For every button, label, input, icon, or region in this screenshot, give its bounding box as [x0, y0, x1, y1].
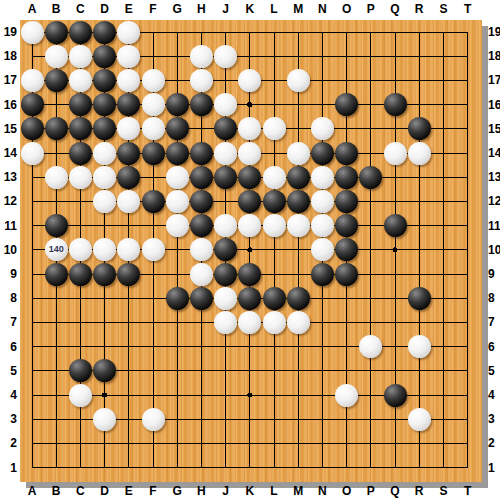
- stone-D13-white: [93, 166, 116, 189]
- stone-O14-black: [335, 142, 358, 165]
- col-label-bottom-P: P: [367, 483, 375, 499]
- stone-D14-white: [93, 142, 116, 165]
- stone-G8-black: [166, 287, 189, 310]
- stone-K13-black: [238, 166, 261, 189]
- stone-Q4-black: [384, 384, 407, 407]
- col-label-bottom-T: T: [464, 483, 471, 499]
- stone-L8-black: [263, 287, 286, 310]
- col-label-bottom-J: J: [222, 483, 229, 499]
- stone-J18-white: [214, 45, 237, 68]
- stone-C13-white: [69, 166, 92, 189]
- stone-M7-white: [287, 311, 310, 334]
- row-label-left-12: 12: [0, 193, 17, 209]
- col-label-top-A: A: [28, 1, 37, 17]
- row-label-right-2: 2: [488, 435, 495, 451]
- row-label-right-3: 3: [488, 411, 495, 427]
- stone-L15-white: [263, 117, 286, 140]
- stone-L11-white: [263, 214, 286, 237]
- row-label-left-17: 17: [0, 72, 17, 88]
- stone-O4-white: [335, 384, 358, 407]
- row-label-right-14: 14: [488, 145, 500, 161]
- row-label-left-13: 13: [0, 169, 17, 185]
- stone-N14-black: [311, 142, 334, 165]
- stone-N11-white: [311, 214, 334, 237]
- col-label-bottom-B: B: [52, 483, 61, 499]
- row-label-right-1: 1: [488, 460, 495, 476]
- stone-L12-black: [263, 190, 286, 213]
- stone-H8-black: [190, 287, 213, 310]
- row-label-right-8: 8: [488, 290, 495, 306]
- row-label-right-12: 12: [488, 193, 500, 209]
- col-label-top-G: G: [173, 1, 182, 17]
- stone-E18-white: [117, 45, 140, 68]
- row-label-left-3: 3: [0, 411, 17, 427]
- stone-B15-black: [45, 117, 68, 140]
- col-label-bottom-F: F: [149, 483, 156, 499]
- stone-C4-white: [69, 384, 92, 407]
- row-label-left-11: 11: [0, 218, 17, 234]
- stone-D18-black: [93, 45, 116, 68]
- stone-N13-white: [311, 166, 334, 189]
- stone-B10-white: 140: [45, 238, 68, 261]
- col-label-top-B: B: [52, 1, 61, 17]
- col-label-bottom-A: A: [28, 483, 37, 499]
- stone-O12-black: [335, 190, 358, 213]
- stone-D19-black: [93, 21, 116, 44]
- star-point-K16: [247, 102, 252, 107]
- col-label-top-S: S: [439, 1, 447, 17]
- stone-R8-black: [408, 287, 431, 310]
- stone-H16-black: [190, 93, 213, 116]
- stone-R3-white: [408, 408, 431, 431]
- stone-G13-white: [166, 166, 189, 189]
- stone-D17-black: [93, 69, 116, 92]
- stone-M14-white: [287, 142, 310, 165]
- stone-B18-white: [45, 45, 68, 68]
- stone-G14-black: [166, 142, 189, 165]
- col-label-top-P: P: [367, 1, 375, 17]
- col-label-top-T: T: [464, 1, 471, 17]
- col-label-top-F: F: [149, 1, 156, 17]
- row-label-left-4: 4: [0, 387, 17, 403]
- col-label-bottom-H: H: [197, 483, 206, 499]
- col-label-top-C: C: [76, 1, 85, 17]
- stone-H9-white: [190, 263, 213, 286]
- col-label-bottom-S: S: [439, 483, 447, 499]
- stone-F17-white: [142, 69, 165, 92]
- col-label-bottom-C: C: [76, 483, 85, 499]
- stone-G16-black: [166, 93, 189, 116]
- row-label-right-15: 15: [488, 121, 500, 137]
- row-label-right-17: 17: [488, 72, 500, 88]
- col-label-top-D: D: [100, 1, 109, 17]
- stone-B11-black: [45, 214, 68, 237]
- stone-A19-white: [21, 21, 44, 44]
- row-label-right-16: 16: [488, 97, 500, 113]
- stone-G11-white: [166, 214, 189, 237]
- stone-R15-black: [408, 117, 431, 140]
- col-label-top-E: E: [125, 1, 133, 17]
- stone-E19-white: [117, 21, 140, 44]
- stone-N9-black: [311, 263, 334, 286]
- stone-Q16-black: [384, 93, 407, 116]
- stone-O13-black: [335, 166, 358, 189]
- stone-L7-white: [263, 311, 286, 334]
- stone-M11-white: [287, 214, 310, 237]
- col-label-top-N: N: [318, 1, 327, 17]
- col-label-bottom-L: L: [270, 483, 277, 499]
- stone-E9-black: [117, 263, 140, 286]
- stone-E14-black: [117, 142, 140, 165]
- row-label-left-18: 18: [0, 48, 17, 64]
- row-label-right-11: 11: [488, 218, 500, 234]
- stone-G12-white: [166, 190, 189, 213]
- row-label-left-2: 2: [0, 435, 17, 451]
- stone-D12-white: [93, 190, 116, 213]
- star-point-K4: [247, 393, 252, 398]
- row-label-right-6: 6: [488, 339, 495, 355]
- col-label-bottom-N: N: [318, 483, 327, 499]
- stone-K14-white: [238, 142, 261, 165]
- row-label-right-19: 19: [488, 24, 500, 40]
- stone-N12-white: [311, 190, 334, 213]
- stone-F12-black: [142, 190, 165, 213]
- col-label-bottom-Q: Q: [390, 483, 399, 499]
- stone-B17-black: [45, 69, 68, 92]
- row-label-left-16: 16: [0, 97, 17, 113]
- row-label-right-18: 18: [488, 48, 500, 64]
- col-label-top-K: K: [245, 1, 254, 17]
- stone-F14-black: [142, 142, 165, 165]
- stone-C9-black: [69, 263, 92, 286]
- star-point-D4: [102, 393, 107, 398]
- stone-H12-black: [190, 190, 213, 213]
- row-label-right-10: 10: [488, 242, 500, 258]
- stone-D3-white: [93, 408, 116, 431]
- stone-F16-white: [142, 93, 165, 116]
- stone-J7-white: [214, 311, 237, 334]
- stone-D9-black: [93, 263, 116, 286]
- stone-R14-white: [408, 142, 431, 165]
- stone-H14-black: [190, 142, 213, 165]
- stone-O9-black: [335, 263, 358, 286]
- col-label-top-H: H: [197, 1, 206, 17]
- stone-C19-black: [69, 21, 92, 44]
- stone-H11-black: [190, 214, 213, 237]
- stone-C17-white: [69, 69, 92, 92]
- row-label-left-8: 8: [0, 290, 17, 306]
- stone-L13-white: [263, 166, 286, 189]
- stone-E13-black: [117, 166, 140, 189]
- stone-Q14-white: [384, 142, 407, 165]
- go-board[interactable]: 140: [20, 20, 482, 482]
- stone-K9-black: [238, 263, 261, 286]
- stone-B19-black: [45, 21, 68, 44]
- row-label-right-7: 7: [488, 314, 495, 330]
- row-label-left-15: 15: [0, 121, 17, 137]
- row-label-left-7: 7: [0, 314, 17, 330]
- col-label-bottom-R: R: [415, 483, 424, 499]
- stone-H13-black: [190, 166, 213, 189]
- stone-A14-white: [21, 142, 44, 165]
- stone-R6-white: [408, 335, 431, 358]
- col-label-bottom-O: O: [342, 483, 351, 499]
- stone-M17-white: [287, 69, 310, 92]
- stone-B9-black: [45, 263, 68, 286]
- stone-A17-white: [21, 69, 44, 92]
- stone-A16-black: [21, 93, 44, 116]
- col-label-top-Q: Q: [390, 1, 399, 17]
- stone-M13-black: [287, 166, 310, 189]
- row-label-left-19: 19: [0, 24, 17, 40]
- stone-F15-white: [142, 117, 165, 140]
- stone-B13-white: [45, 166, 68, 189]
- stone-J14-white: [214, 142, 237, 165]
- stone-K8-black: [238, 287, 261, 310]
- stone-Q11-black: [384, 214, 407, 237]
- row-label-right-5: 5: [488, 363, 495, 379]
- stone-C16-black: [69, 93, 92, 116]
- stone-J9-black: [214, 263, 237, 286]
- stone-H17-white: [190, 69, 213, 92]
- col-label-bottom-D: D: [100, 483, 109, 499]
- stone-A15-black: [21, 117, 44, 140]
- col-label-bottom-G: G: [173, 483, 182, 499]
- col-label-top-J: J: [222, 1, 229, 17]
- row-label-left-6: 6: [0, 339, 17, 355]
- row-label-left-9: 9: [0, 266, 17, 282]
- stone-C14-black: [69, 142, 92, 165]
- move-number-label: 140: [45, 238, 68, 261]
- col-label-top-M: M: [293, 1, 303, 17]
- stone-J13-black: [214, 166, 237, 189]
- stone-J8-white: [214, 287, 237, 310]
- row-label-right-4: 4: [488, 387, 495, 403]
- stone-H18-white: [190, 45, 213, 68]
- row-label-left-14: 14: [0, 145, 17, 161]
- row-label-left-5: 5: [0, 363, 17, 379]
- stone-C18-white: [69, 45, 92, 68]
- stone-P13-black: [359, 166, 382, 189]
- stone-F3-white: [142, 408, 165, 431]
- row-label-right-9: 9: [488, 266, 495, 282]
- star-point-Q10: [393, 247, 398, 252]
- stone-M12-black: [287, 190, 310, 213]
- row-label-left-1: 1: [0, 460, 17, 476]
- col-label-bottom-M: M: [293, 483, 303, 499]
- col-label-bottom-E: E: [125, 483, 133, 499]
- stone-F10-white: [142, 238, 165, 261]
- col-label-top-L: L: [270, 1, 277, 17]
- row-label-left-10: 10: [0, 242, 17, 258]
- stone-G15-black: [166, 117, 189, 140]
- row-label-right-13: 13: [488, 169, 500, 185]
- col-label-top-R: R: [415, 1, 424, 17]
- col-label-bottom-K: K: [245, 483, 254, 499]
- stone-M8-black: [287, 287, 310, 310]
- star-point-K10: [247, 247, 252, 252]
- col-label-top-O: O: [342, 1, 351, 17]
